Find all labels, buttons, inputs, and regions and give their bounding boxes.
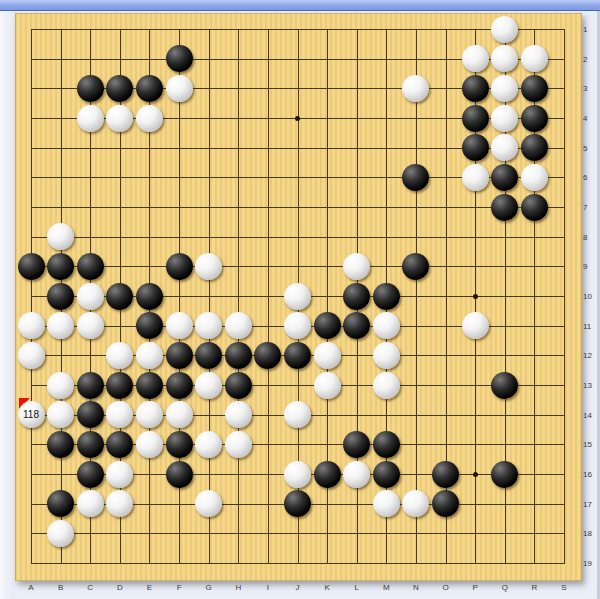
- stone-white[interactable]: [314, 372, 341, 399]
- stone-white[interactable]: [18, 342, 45, 369]
- col-label: M: [379, 583, 393, 592]
- stone-black[interactable]: [462, 105, 489, 132]
- grid-line: [564, 29, 565, 564]
- stone-black[interactable]: [166, 461, 193, 488]
- stone-white[interactable]: [462, 164, 489, 191]
- col-label: O: [439, 583, 453, 592]
- row-label: 6: [583, 173, 599, 182]
- stone-black[interactable]: [462, 134, 489, 161]
- row-label: 16: [583, 470, 599, 479]
- stone-black[interactable]: [402, 253, 429, 280]
- stone-black[interactable]: [106, 75, 133, 102]
- stone-black[interactable]: [166, 372, 193, 399]
- stone-black[interactable]: [136, 75, 163, 102]
- col-label: J: [291, 583, 305, 592]
- stone-white[interactable]: [491, 45, 518, 72]
- stone-black[interactable]: [432, 490, 459, 517]
- stone-black[interactable]: [402, 164, 429, 191]
- stone-white[interactable]: [373, 490, 400, 517]
- row-label: 5: [583, 144, 599, 153]
- stone-white[interactable]: [373, 312, 400, 339]
- stone-black[interactable]: [77, 372, 104, 399]
- stone-white[interactable]: [284, 283, 311, 310]
- stone-white[interactable]: [521, 164, 548, 191]
- stone-black[interactable]: [77, 461, 104, 488]
- stone-black[interactable]: [254, 342, 281, 369]
- go-app-window: 118 12345678910111213141516171819ABCDEFG…: [0, 0, 600, 599]
- stone-white[interactable]: [284, 312, 311, 339]
- stone-white[interactable]: [77, 105, 104, 132]
- row-label: 18: [583, 529, 599, 538]
- stone-black[interactable]: [343, 283, 370, 310]
- stone-white[interactable]: [314, 342, 341, 369]
- stone-white[interactable]: [195, 253, 222, 280]
- grid-line: [31, 533, 565, 534]
- last-move-number: 118: [23, 409, 39, 420]
- row-label: 7: [583, 203, 599, 212]
- stone-white[interactable]: [343, 461, 370, 488]
- col-label: E: [142, 583, 156, 592]
- col-label: H: [231, 583, 245, 592]
- stone-black[interactable]: [432, 461, 459, 488]
- stone-white[interactable]: [136, 401, 163, 428]
- col-label: N: [409, 583, 423, 592]
- stone-black[interactable]: [343, 431, 370, 458]
- col-label: K: [320, 583, 334, 592]
- stone-white[interactable]: [491, 75, 518, 102]
- row-label: 13: [583, 381, 599, 390]
- col-label: R: [527, 583, 541, 592]
- stone-white[interactable]: [106, 490, 133, 517]
- grid-line: [31, 563, 565, 564]
- window-titlebar: [0, 0, 600, 11]
- star-point: [473, 472, 478, 477]
- stone-black[interactable]: [225, 372, 252, 399]
- stone-black[interactable]: [136, 312, 163, 339]
- row-label: 12: [583, 351, 599, 360]
- col-label: P: [468, 583, 482, 592]
- row-label: 8: [583, 233, 599, 242]
- row-label: 11: [583, 322, 599, 331]
- stone-black[interactable]: [77, 253, 104, 280]
- stone-white[interactable]: [195, 312, 222, 339]
- star-point: [295, 116, 300, 121]
- stone-black[interactable]: [195, 342, 222, 369]
- row-label: 14: [583, 411, 599, 420]
- stone-white[interactable]: [77, 283, 104, 310]
- stone-black[interactable]: [491, 372, 518, 399]
- stone-black[interactable]: [166, 342, 193, 369]
- stone-black[interactable]: [106, 372, 133, 399]
- stone-white[interactable]: [195, 372, 222, 399]
- stone-white[interactable]: [284, 401, 311, 428]
- grid-line: [416, 29, 417, 564]
- stone-white[interactable]: 118: [18, 401, 45, 428]
- col-label: S: [557, 583, 571, 592]
- stone-black[interactable]: [314, 312, 341, 339]
- stone-black[interactable]: [491, 461, 518, 488]
- stone-white[interactable]: [47, 372, 74, 399]
- stone-white[interactable]: [47, 520, 74, 547]
- stone-white[interactable]: [462, 312, 489, 339]
- stone-black[interactable]: [166, 45, 193, 72]
- stone-white[interactable]: [462, 45, 489, 72]
- stone-black[interactable]: [47, 253, 74, 280]
- col-label: L: [350, 583, 364, 592]
- stone-white[interactable]: [77, 312, 104, 339]
- stone-black[interactable]: [47, 283, 74, 310]
- stone-white[interactable]: [225, 431, 252, 458]
- stone-black[interactable]: [106, 431, 133, 458]
- stone-black[interactable]: [225, 342, 252, 369]
- left-gutter-panel: [0, 11, 15, 599]
- col-label: C: [83, 583, 97, 592]
- row-label: 9: [583, 262, 599, 271]
- stone-black[interactable]: [521, 105, 548, 132]
- stone-black[interactable]: [47, 490, 74, 517]
- col-label: A: [24, 583, 38, 592]
- stone-black[interactable]: [77, 401, 104, 428]
- stone-black[interactable]: [343, 312, 370, 339]
- stone-black[interactable]: [136, 283, 163, 310]
- stone-white[interactable]: [47, 223, 74, 250]
- row-label: 19: [583, 559, 599, 568]
- stone-black[interactable]: [314, 461, 341, 488]
- stone-white[interactable]: [402, 75, 429, 102]
- stone-white[interactable]: [491, 105, 518, 132]
- col-label: Q: [498, 583, 512, 592]
- stone-white[interactable]: [166, 312, 193, 339]
- stone-white[interactable]: [18, 312, 45, 339]
- col-label: G: [202, 583, 216, 592]
- stone-black[interactable]: [491, 164, 518, 191]
- stone-white[interactable]: [402, 490, 429, 517]
- stone-white[interactable]: [195, 431, 222, 458]
- stone-black[interactable]: [521, 134, 548, 161]
- star-point: [473, 294, 478, 299]
- stone-white[interactable]: [136, 105, 163, 132]
- stone-white[interactable]: [136, 431, 163, 458]
- stone-white[interactable]: [47, 312, 74, 339]
- stone-black[interactable]: [373, 461, 400, 488]
- col-label: F: [172, 583, 186, 592]
- stone-black[interactable]: [166, 253, 193, 280]
- stone-white[interactable]: [373, 372, 400, 399]
- stone-black[interactable]: [284, 490, 311, 517]
- stone-white[interactable]: [373, 342, 400, 369]
- row-label: 10: [583, 292, 599, 301]
- stone-black[interactable]: [77, 431, 104, 458]
- stone-black[interactable]: [106, 283, 133, 310]
- stone-white[interactable]: [136, 342, 163, 369]
- stone-white[interactable]: [225, 401, 252, 428]
- row-label: 15: [583, 440, 599, 449]
- stone-white[interactable]: [106, 401, 133, 428]
- col-label: I: [261, 583, 275, 592]
- row-label: 3: [583, 84, 599, 93]
- stone-white[interactable]: [225, 312, 252, 339]
- stone-white[interactable]: [284, 461, 311, 488]
- stone-black[interactable]: [373, 283, 400, 310]
- stone-black[interactable]: [462, 75, 489, 102]
- col-label: B: [54, 583, 68, 592]
- row-label: 4: [583, 114, 599, 123]
- col-label: D: [113, 583, 127, 592]
- stone-black[interactable]: [521, 75, 548, 102]
- stone-black[interactable]: [77, 75, 104, 102]
- stone-black[interactable]: [491, 194, 518, 221]
- stone-black[interactable]: [521, 194, 548, 221]
- stone-white[interactable]: [106, 461, 133, 488]
- stone-black[interactable]: [18, 253, 45, 280]
- stone-white[interactable]: [166, 75, 193, 102]
- stone-white[interactable]: [77, 490, 104, 517]
- stone-white[interactable]: [343, 253, 370, 280]
- row-label: 1: [583, 25, 599, 34]
- stone-white[interactable]: [47, 401, 74, 428]
- stone-white[interactable]: [521, 45, 548, 72]
- row-label: 17: [583, 500, 599, 509]
- stone-white[interactable]: [166, 401, 193, 428]
- stone-white[interactable]: [106, 105, 133, 132]
- stone-black[interactable]: [47, 431, 74, 458]
- stone-black[interactable]: [136, 372, 163, 399]
- stone-black[interactable]: [284, 342, 311, 369]
- goban[interactable]: 118: [15, 13, 582, 581]
- stone-white[interactable]: [106, 342, 133, 369]
- stone-white[interactable]: [491, 134, 518, 161]
- stone-white[interactable]: [491, 16, 518, 43]
- stone-black[interactable]: [166, 431, 193, 458]
- row-label: 2: [583, 55, 599, 64]
- stone-white[interactable]: [195, 490, 222, 517]
- stone-black[interactable]: [373, 431, 400, 458]
